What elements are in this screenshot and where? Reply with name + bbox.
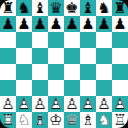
black-knight-piece: ♞ <box>96 0 112 16</box>
square-e7[interactable]: ♟ <box>64 16 80 32</box>
white-pawn-outline-glyph: ♙ <box>80 96 96 112</box>
black-pawn-glyph: ♟ <box>0 16 16 32</box>
square-e4[interactable] <box>64 64 80 80</box>
square-e6[interactable] <box>64 32 80 48</box>
black-rook-glyph: ♜ <box>112 0 128 16</box>
square-e3[interactable] <box>64 80 80 96</box>
black-king-glyph: ♚ <box>64 0 80 16</box>
square-a3[interactable] <box>0 80 16 96</box>
square-d3[interactable] <box>48 80 64 96</box>
white-knight-outline-glyph: ♘ <box>16 112 32 128</box>
black-bishop-piece: ♝ <box>32 0 48 16</box>
square-b5[interactable] <box>16 48 32 64</box>
white-rook-piece: ♜♖ <box>0 112 16 128</box>
white-pawn-piece: ♟♙ <box>96 96 112 112</box>
black-pawn-piece: ♟ <box>80 16 96 32</box>
square-b8[interactable]: ♞ <box>16 0 32 16</box>
white-pawn-outline-glyph: ♙ <box>0 96 16 112</box>
black-bishop-piece: ♝ <box>80 0 96 16</box>
square-d7[interactable]: ♟ <box>48 16 64 32</box>
white-pawn-fill-glyph: ♟ <box>64 96 80 112</box>
white-bishop-piece: ♝♗ <box>80 112 96 128</box>
square-h5[interactable] <box>112 48 128 64</box>
square-g7[interactable]: ♟ <box>96 16 112 32</box>
square-g2[interactable]: ♟♙ <box>96 96 112 112</box>
square-h4[interactable] <box>112 64 128 80</box>
square-c1[interactable]: ♝♗ <box>32 112 48 128</box>
square-c2[interactable]: ♟♙ <box>32 96 48 112</box>
square-g5[interactable] <box>96 48 112 64</box>
white-pawn-fill-glyph: ♟ <box>96 96 112 112</box>
square-d2[interactable]: ♟♙ <box>48 96 64 112</box>
white-rook-fill-glyph: ♜ <box>112 112 128 128</box>
white-pawn-piece: ♟♙ <box>48 96 64 112</box>
white-knight-outline-glyph: ♘ <box>96 112 112 128</box>
chess-board: ♜♞♝♛♚♝♞♜♟♟♟♟♟♟♟♟♟♙♟♙♟♙♟♙♟♙♟♙♟♙♟♙♜♖♞♘♝♗♚♔… <box>0 0 128 128</box>
square-h7[interactable]: ♟ <box>112 16 128 32</box>
square-c8[interactable]: ♝ <box>32 0 48 16</box>
square-g1[interactable]: ♞♘ <box>96 112 112 128</box>
square-f8[interactable]: ♝ <box>80 0 96 16</box>
white-bishop-outline-glyph: ♗ <box>32 112 48 128</box>
white-knight-fill-glyph: ♞ <box>16 112 32 128</box>
black-rook-piece: ♜ <box>112 0 128 16</box>
white-queen-outline-glyph: ♕ <box>64 112 80 128</box>
white-king-outline-glyph: ♔ <box>48 112 64 128</box>
square-c6[interactable] <box>32 32 48 48</box>
white-pawn-fill-glyph: ♟ <box>0 96 16 112</box>
white-bishop-piece: ♝♗ <box>32 112 48 128</box>
white-rook-outline-glyph: ♖ <box>0 112 16 128</box>
square-a6[interactable] <box>0 32 16 48</box>
black-pawn-piece: ♟ <box>64 16 80 32</box>
square-a5[interactable] <box>0 48 16 64</box>
square-d4[interactable] <box>48 64 64 80</box>
black-pawn-piece: ♟ <box>16 16 32 32</box>
white-pawn-outline-glyph: ♙ <box>96 96 112 112</box>
square-e8[interactable]: ♚ <box>64 0 80 16</box>
white-pawn-outline-glyph: ♙ <box>16 96 32 112</box>
black-pawn-glyph: ♟ <box>48 16 64 32</box>
white-rook-outline-glyph: ♖ <box>112 112 128 128</box>
square-b6[interactable] <box>16 32 32 48</box>
white-knight-piece: ♞♘ <box>96 112 112 128</box>
white-pawn-outline-glyph: ♙ <box>32 96 48 112</box>
white-queen-piece: ♛♕ <box>64 112 80 128</box>
white-pawn-piece: ♟♙ <box>112 96 128 112</box>
chess-app-icon: ♜♞♝♛♚♝♞♜♟♟♟♟♟♟♟♟♟♙♟♙♟♙♟♙♟♙♟♙♟♙♟♙♜♖♞♘♝♗♚♔… <box>0 0 128 128</box>
square-h2[interactable]: ♟♙ <box>112 96 128 112</box>
white-pawn-outline-glyph: ♙ <box>112 96 128 112</box>
square-b3[interactable] <box>16 80 32 96</box>
square-c3[interactable] <box>32 80 48 96</box>
square-a8[interactable]: ♜ <box>0 0 16 16</box>
white-pawn-fill-glyph: ♟ <box>32 96 48 112</box>
white-pawn-piece: ♟♙ <box>32 96 48 112</box>
white-queen-fill-glyph: ♛ <box>64 112 80 128</box>
square-e5[interactable] <box>64 48 80 64</box>
black-knight-piece: ♞ <box>16 0 32 16</box>
black-pawn-glyph: ♟ <box>112 16 128 32</box>
square-f7[interactable]: ♟ <box>80 16 96 32</box>
black-pawn-piece: ♟ <box>112 16 128 32</box>
square-f4[interactable] <box>80 64 96 80</box>
square-h3[interactable] <box>112 80 128 96</box>
white-king-fill-glyph: ♚ <box>48 112 64 128</box>
square-b2[interactable]: ♟♙ <box>16 96 32 112</box>
square-d6[interactable] <box>48 32 64 48</box>
square-e2[interactable]: ♟♙ <box>64 96 80 112</box>
white-pawn-piece: ♟♙ <box>16 96 32 112</box>
square-h1[interactable]: ♜♖ <box>112 112 128 128</box>
white-pawn-fill-glyph: ♟ <box>112 96 128 112</box>
white-pawn-outline-glyph: ♙ <box>48 96 64 112</box>
square-b7[interactable]: ♟ <box>16 16 32 32</box>
square-g6[interactable] <box>96 32 112 48</box>
square-d1[interactable]: ♚♔ <box>48 112 64 128</box>
white-pawn-piece: ♟♙ <box>64 96 80 112</box>
white-bishop-fill-glyph: ♝ <box>80 112 96 128</box>
square-a1[interactable]: ♜♖ <box>0 112 16 128</box>
square-e1[interactable]: ♛♕ <box>64 112 80 128</box>
white-knight-piece: ♞♘ <box>16 112 32 128</box>
black-pawn-glyph: ♟ <box>80 16 96 32</box>
black-pawn-piece: ♟ <box>48 16 64 32</box>
black-pawn-piece: ♟ <box>96 16 112 32</box>
white-pawn-fill-glyph: ♟ <box>80 96 96 112</box>
square-f5[interactable] <box>80 48 96 64</box>
square-b1[interactable]: ♞♘ <box>16 112 32 128</box>
square-c4[interactable] <box>32 64 48 80</box>
square-d5[interactable] <box>48 48 64 64</box>
white-pawn-piece: ♟♙ <box>80 96 96 112</box>
square-f2[interactable]: ♟♙ <box>80 96 96 112</box>
black-rook-piece: ♜ <box>0 0 16 16</box>
black-knight-glyph: ♞ <box>96 0 112 16</box>
square-g4[interactable] <box>96 64 112 80</box>
white-bishop-outline-glyph: ♗ <box>80 112 96 128</box>
black-knight-glyph: ♞ <box>16 0 32 16</box>
white-pawn-outline-glyph: ♙ <box>64 96 80 112</box>
white-rook-piece: ♜♖ <box>112 112 128 128</box>
white-rook-fill-glyph: ♜ <box>0 112 16 128</box>
black-pawn-glyph: ♟ <box>64 16 80 32</box>
black-pawn-glyph: ♟ <box>16 16 32 32</box>
square-a4[interactable] <box>0 64 16 80</box>
black-bishop-glyph: ♝ <box>32 0 48 16</box>
square-g8[interactable]: ♞ <box>96 0 112 16</box>
black-queen-glyph: ♛ <box>48 0 64 16</box>
square-f6[interactable] <box>80 32 96 48</box>
square-g3[interactable] <box>96 80 112 96</box>
square-b4[interactable] <box>16 64 32 80</box>
black-pawn-glyph: ♟ <box>96 16 112 32</box>
square-a2[interactable]: ♟♙ <box>0 96 16 112</box>
white-bishop-fill-glyph: ♝ <box>32 112 48 128</box>
square-f1[interactable]: ♝♗ <box>80 112 96 128</box>
black-bishop-glyph: ♝ <box>80 0 96 16</box>
white-king-piece: ♚♔ <box>48 112 64 128</box>
black-pawn-glyph: ♟ <box>32 16 48 32</box>
black-queen-piece: ♛ <box>48 0 64 16</box>
square-h6[interactable] <box>112 32 128 48</box>
square-c5[interactable] <box>32 48 48 64</box>
black-king-piece: ♚ <box>64 0 80 16</box>
square-d8[interactable]: ♛ <box>48 0 64 16</box>
black-rook-glyph: ♜ <box>0 0 16 16</box>
white-pawn-fill-glyph: ♟ <box>48 96 64 112</box>
white-pawn-fill-glyph: ♟ <box>16 96 32 112</box>
white-knight-fill-glyph: ♞ <box>96 112 112 128</box>
black-pawn-piece: ♟ <box>32 16 48 32</box>
square-c7[interactable]: ♟ <box>32 16 48 32</box>
square-h8[interactable]: ♜ <box>112 0 128 16</box>
square-f3[interactable] <box>80 80 96 96</box>
white-pawn-piece: ♟♙ <box>0 96 16 112</box>
square-a7[interactable]: ♟ <box>0 16 16 32</box>
black-pawn-piece: ♟ <box>0 16 16 32</box>
